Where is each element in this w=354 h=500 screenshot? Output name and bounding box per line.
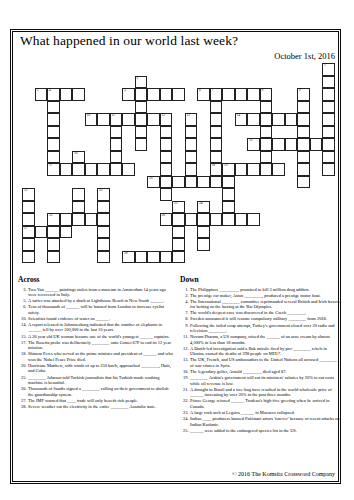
- grid-cell[interactable]: [322, 138, 335, 151]
- cell-number: 13: [186, 114, 190, 118]
- clue-number: 2.: [180, 293, 190, 299]
- clue-number: 11.: [180, 334, 190, 345]
- grid-cell[interactable]: [247, 213, 260, 226]
- clue-item: 26.Thousands of Saudis signed a ________…: [18, 386, 173, 397]
- clue-number: 25.: [180, 428, 190, 434]
- cell-number: 23: [174, 202, 178, 206]
- grid-cell[interactable]: [297, 126, 310, 139]
- grid-cell[interactable]: [297, 163, 310, 176]
- clue-text: Novum Pharma, a US company, raised the _…: [190, 334, 340, 345]
- clue-number: 7.: [180, 310, 190, 316]
- grid-cell[interactable]: [22, 238, 35, 251]
- clue-text: The world's deepest cave was discovered …: [190, 310, 340, 316]
- grid-cell[interactable]: [47, 238, 60, 251]
- clue-text: Two Van ______ paintings stolen from a m…: [28, 287, 173, 298]
- grid-cell[interactable]: [135, 126, 148, 139]
- page: What happened in our world last week? Oc…: [0, 0, 354, 500]
- clue-number: 12.: [180, 346, 190, 357]
- grid-cell[interactable]: [210, 113, 223, 126]
- clue-item: 27.The IMF warned that ____ trade will o…: [18, 398, 173, 404]
- copyright-footer: © 2016 The Komsita Crossword Company: [232, 471, 335, 477]
- clue-number: 6.: [18, 304, 28, 315]
- clue-text: A report released in Johannesburg indica…: [28, 322, 173, 333]
- grid-cell[interactable]: [110, 126, 123, 139]
- cell-number: 9: [299, 89, 301, 93]
- clue-text: Prince George refused ______ Trudeau's h…: [190, 398, 340, 409]
- grid-cell[interactable]: [135, 113, 148, 126]
- grid-cell[interactable]: [260, 163, 273, 176]
- grid-cell[interactable]: [22, 201, 35, 214]
- clue-item: 28.Severe weather cut the electricity in…: [18, 404, 173, 410]
- cell-number: 18: [211, 164, 215, 168]
- clue-number: 18.: [18, 351, 28, 362]
- grid-cell[interactable]: [72, 88, 85, 101]
- grid-cell[interactable]: [322, 151, 335, 164]
- clue-text: Hurricane Matthew, with winds of up to 2…: [28, 363, 173, 374]
- grid-cell[interactable]: [185, 138, 198, 151]
- cell-number: 11: [111, 114, 114, 118]
- clue-number: 24.: [180, 416, 190, 427]
- clue-text: A large rock arch at Legzira ______ in M…: [190, 410, 340, 416]
- clue-item: 12.A Dutch-led investigation said a Buk …: [180, 346, 340, 357]
- clue-item: 2.The prestige car maker, Aston ________…: [180, 293, 340, 299]
- grid-cell[interactable]: [97, 251, 110, 264]
- clue-number: 4.: [180, 299, 190, 310]
- grid-cell[interactable]: 2: [135, 76, 148, 89]
- grid-cell[interactable]: [97, 226, 110, 239]
- grid-cell[interactable]: [60, 88, 73, 101]
- grid-cell[interactable]: 16: [72, 151, 85, 164]
- grid-cell[interactable]: 17: [47, 163, 60, 176]
- clue-number: 5.: [18, 298, 28, 304]
- grid-cell[interactable]: 19: [222, 163, 235, 176]
- clue-item: 4.The International ________ committee r…: [180, 299, 340, 310]
- clue-text: The Rosetta probe was deliberately _____…: [28, 340, 173, 351]
- clue-text: A surfer was attacked by a shark at Ligh…: [28, 298, 173, 304]
- grid-cell[interactable]: [172, 226, 185, 239]
- grid-cell[interactable]: [72, 188, 85, 201]
- grid-cell[interactable]: [160, 151, 173, 164]
- clue-number: 14.: [18, 322, 28, 333]
- clue-item: 1.The Philippines _________ promised to …: [180, 287, 340, 293]
- cell-number: 20: [149, 177, 153, 181]
- grid-cell[interactable]: [122, 113, 135, 126]
- page-title: What happened in our world last week?: [20, 33, 238, 49]
- clue-number: 17.: [18, 340, 28, 351]
- grid-cell[interactable]: [22, 213, 35, 226]
- grid-cell[interactable]: [222, 213, 235, 226]
- grid-cell[interactable]: 25: [47, 213, 60, 226]
- cell-number: 15: [249, 139, 253, 143]
- grid-cell[interactable]: [135, 101, 148, 114]
- cell-number: 3: [36, 89, 38, 93]
- cell-number: 8: [261, 89, 263, 93]
- clue-item: 21.A drought in Brazil and a tree-bug ha…: [180, 387, 340, 398]
- grid-cell[interactable]: 24: [197, 201, 210, 214]
- grid-cell[interactable]: [97, 213, 110, 226]
- clue-item: 3.Two Van ______ paintings stolen from a…: [18, 287, 173, 298]
- grid-cell[interactable]: [210, 126, 223, 139]
- clue-number: 3.: [18, 287, 28, 298]
- cell-number: 2: [136, 77, 138, 81]
- grid-cell[interactable]: 9: [297, 88, 310, 101]
- clue-number: 9.: [180, 323, 190, 334]
- clue-item: 16.The legendary golfer, Arnold ________…: [180, 369, 340, 375]
- grid-cell[interactable]: [85, 163, 98, 176]
- grid-cell[interactable]: [322, 101, 335, 114]
- clue-text: Tens of thousands of ______ will be bann…: [28, 304, 173, 315]
- clue-item: 8.Sweden announced it will resume compul…: [180, 316, 340, 322]
- grid-cell[interactable]: [247, 88, 260, 101]
- grid-cell[interactable]: 11: [110, 113, 123, 126]
- page-border-frame: What happened in our world last week? Oc…: [10, 29, 341, 484]
- grid-cell[interactable]: 28: [122, 251, 135, 264]
- grid-cell[interactable]: [260, 126, 273, 139]
- grid-cell[interactable]: [47, 226, 60, 239]
- clue-item: 17.The Rosetta probe was deliberately __…: [18, 340, 173, 351]
- grid-cell[interactable]: [260, 151, 273, 164]
- grid-cell[interactable]: 5: [122, 88, 135, 101]
- grid-cell[interactable]: 6: [197, 88, 210, 101]
- grid-cell[interactable]: [135, 138, 148, 151]
- clue-item: 19.________ Arabia's government will cut…: [180, 375, 340, 386]
- clue-item: 15.A 26 year old UK woman became one of …: [18, 334, 173, 340]
- grid-cell[interactable]: 1: [322, 63, 335, 76]
- clue-item: 11.Novum Pharma, a US company, raised th…: [180, 334, 340, 345]
- grid-cell[interactable]: [222, 188, 235, 201]
- grid-cell[interactable]: [297, 138, 310, 151]
- grid-cell[interactable]: [147, 113, 160, 126]
- clue-text: The International ________ committee rep…: [190, 299, 340, 310]
- grid-cell[interactable]: [272, 138, 285, 151]
- grid-cell[interactable]: [97, 163, 110, 176]
- clue-text: Sweden announced it will resume compulso…: [190, 316, 340, 322]
- grid-cell[interactable]: 18: [210, 163, 223, 176]
- grid-cell[interactable]: [222, 88, 235, 101]
- grid-cell[interactable]: [235, 88, 248, 101]
- clue-text: Indian ____ producers banned Pakistani a…: [190, 416, 340, 427]
- grid-cell[interactable]: [160, 163, 173, 176]
- cell-number: 7: [211, 89, 213, 93]
- grid-cell[interactable]: [322, 76, 335, 89]
- grid-cell[interactable]: [60, 163, 73, 176]
- down-section: Down 1.The Philippines _________ promise…: [180, 275, 340, 434]
- clue-item: 25.______ were added to the endangered s…: [180, 428, 340, 434]
- grid-cell[interactable]: 21: [22, 188, 35, 201]
- clue-number: 26.: [18, 386, 28, 397]
- grid-cell[interactable]: [135, 88, 148, 101]
- grid-cell[interactable]: [110, 151, 123, 164]
- clue-text: ________ Johnson told Turkish journalist…: [28, 375, 173, 386]
- grid-cell[interactable]: [97, 113, 110, 126]
- crossword-grid: 1234567891011121314151617181920212223242…: [22, 63, 335, 263]
- grid-cell[interactable]: [72, 213, 85, 226]
- clue-number: 25.: [18, 375, 28, 386]
- grid-cell[interactable]: [322, 126, 335, 139]
- grid-cell[interactable]: [122, 163, 135, 176]
- grid-cell[interactable]: [260, 113, 273, 126]
- clue-item: 10.Scientists found evidence of water on…: [18, 316, 173, 322]
- grid-cell[interactable]: [272, 113, 285, 126]
- grid-cell[interactable]: [235, 163, 248, 176]
- cell-number: 25: [49, 214, 53, 218]
- grid-cell[interactable]: 7: [210, 88, 223, 101]
- grid-cell[interactable]: [272, 163, 285, 176]
- grid-cell[interactable]: [310, 138, 323, 151]
- grid-cell[interactable]: [172, 176, 185, 189]
- cell-number: 4: [49, 89, 51, 93]
- grid-cell[interactable]: [160, 138, 173, 151]
- grid-cell[interactable]: 4: [47, 88, 60, 101]
- cell-number: 27: [24, 227, 28, 231]
- clue-number: 15.: [18, 334, 28, 340]
- grid-cell[interactable]: [297, 151, 310, 164]
- grid-cell[interactable]: [210, 101, 223, 114]
- grid-cell[interactable]: [47, 151, 60, 164]
- grid-cell[interactable]: [47, 138, 60, 151]
- grid-cell[interactable]: 20: [147, 176, 160, 189]
- clue-number: 28.: [18, 404, 28, 410]
- across-header: Across: [18, 275, 173, 284]
- grid-cell[interactable]: [47, 113, 60, 126]
- cell-number: 21: [24, 189, 28, 193]
- clue-item: 5.A surfer was attacked by a shark at Li…: [18, 298, 173, 304]
- grid-cell[interactable]: [47, 101, 60, 114]
- grid-cell[interactable]: [160, 88, 173, 101]
- grid-cell[interactable]: [322, 163, 335, 176]
- cell-number: 17: [49, 164, 53, 168]
- clue-item: 13.The UK, French, and US ambassadors to…: [180, 357, 340, 368]
- grid-cell[interactable]: 22: [97, 188, 110, 201]
- clue-text: Shimon Peres who served as the prime min…: [28, 351, 173, 362]
- clue-text: A Dutch-led investigation said a Buk mis…: [190, 346, 340, 357]
- clue-text: Following the failed coup attempt, Turke…: [190, 323, 340, 334]
- grid-cell[interactable]: [72, 163, 85, 176]
- grid-cell[interactable]: [60, 226, 73, 239]
- cell-number: 10: [86, 114, 90, 118]
- grid-cell[interactable]: [185, 163, 198, 176]
- grid-cell[interactable]: [47, 126, 60, 139]
- grid-cell[interactable]: [197, 213, 210, 226]
- grid-cell[interactable]: 27: [22, 226, 35, 239]
- grid-cell[interactable]: 12: [160, 113, 173, 126]
- clue-number: 22.: [180, 398, 190, 409]
- grid-cell[interactable]: [172, 251, 185, 264]
- clue-item: 25.________ Johnson told Turkish journal…: [18, 375, 173, 386]
- clue-text: ______ were added to the endangered spec…: [190, 428, 340, 434]
- grid-cell[interactable]: [135, 251, 148, 264]
- cell-number: 1: [324, 64, 326, 68]
- grid-cell[interactable]: [260, 138, 273, 151]
- grid-cell[interactable]: [160, 188, 173, 201]
- grid-cell[interactable]: [22, 251, 35, 264]
- cell-number: 14: [236, 114, 240, 118]
- grid-cell[interactable]: [185, 213, 198, 226]
- grid-cell[interactable]: 10: [85, 113, 98, 126]
- clue-item: 23.A large rock arch at Legzira ______ i…: [180, 410, 340, 416]
- grid-cell[interactable]: [110, 163, 123, 176]
- clue-number: 19.: [180, 375, 190, 386]
- clue-number: 8.: [180, 316, 190, 322]
- cell-number: 5: [124, 89, 126, 93]
- grid-cell[interactable]: [110, 138, 123, 151]
- across-section: Across 3.Two Van ______ paintings stolen…: [18, 275, 173, 410]
- grid-cell[interactable]: [172, 88, 185, 101]
- clue-number: 23.: [180, 410, 190, 416]
- cell-number: 6: [199, 89, 201, 93]
- cell-number: 24: [199, 202, 203, 206]
- grid-cell[interactable]: 8: [260, 88, 273, 101]
- grid-cell[interactable]: [235, 213, 248, 226]
- down-header: Down: [180, 275, 340, 284]
- clue-item: 7.The world's deepest cave was discovere…: [180, 310, 340, 316]
- grid-cell[interactable]: [247, 163, 260, 176]
- cell-number: 16: [74, 152, 78, 156]
- grid-cell[interactable]: [147, 88, 160, 101]
- cell-number: 28: [124, 252, 128, 256]
- clue-number: 10.: [18, 316, 28, 322]
- cell-number: 19: [224, 164, 228, 168]
- grid-cell[interactable]: [147, 251, 160, 264]
- grid-cell[interactable]: [297, 176, 310, 189]
- grid-cell[interactable]: [297, 113, 310, 126]
- clue-text: The prestige car maker, Aston ________, …: [190, 293, 340, 299]
- clue-item: 20.Hurricane Matthew, with winds of up t…: [18, 363, 173, 374]
- grid-cell[interactable]: 14: [235, 113, 248, 126]
- clue-text: Scientists found evidence of water on __…: [28, 316, 173, 322]
- clue-text: The legendary golfer, Arnold ________, d…: [190, 369, 340, 375]
- grid-cell[interactable]: [322, 88, 335, 101]
- clue-text: ________ Arabia's government will cut it…: [190, 375, 340, 386]
- clue-text: A 26 year old UK woman became one of the…: [28, 334, 173, 340]
- grid-cell[interactable]: [160, 176, 173, 189]
- grid-cell[interactable]: 26: [160, 213, 173, 226]
- clue-text: The Philippines _________ promised to ki…: [190, 287, 340, 293]
- clue-item: 24.Indian ____ producers banned Pakistan…: [180, 416, 340, 427]
- grid-cell[interactable]: [185, 151, 198, 164]
- clue-text: A drought in Brazil and a tree-bug have …: [190, 387, 340, 398]
- puzzle-date: October 1st, 2016: [274, 51, 335, 61]
- grid-cell[interactable]: [322, 113, 335, 126]
- grid-cell[interactable]: [222, 201, 235, 214]
- grid-cell[interactable]: [97, 238, 110, 251]
- grid-cell[interactable]: [197, 238, 210, 251]
- grid-cell[interactable]: 13: [185, 113, 198, 126]
- grid-cell[interactable]: [285, 138, 298, 151]
- cell-number: 22: [99, 189, 103, 193]
- grid-cell[interactable]: [247, 113, 260, 126]
- grid-cell[interactable]: [160, 251, 173, 264]
- across-clue-list: 3.Two Van ______ paintings stolen from a…: [18, 287, 173, 410]
- grid-cell[interactable]: [297, 101, 310, 114]
- grid-cell[interactable]: [210, 151, 223, 164]
- clue-item: 18.Shimon Peres who served as the prime …: [18, 351, 173, 362]
- grid-cell[interactable]: [97, 201, 110, 214]
- grid-cell[interactable]: [172, 238, 185, 251]
- clue-item: 14.A report released in Johannesburg ind…: [18, 322, 173, 333]
- clue-number: 1.: [180, 287, 190, 293]
- grid-cell[interactable]: [72, 201, 85, 214]
- grid-cell[interactable]: [210, 176, 223, 189]
- cell-number: 26: [161, 214, 165, 218]
- grid-cell[interactable]: [197, 226, 210, 239]
- clue-text: The IMF warned that ____ trade will only…: [28, 398, 173, 404]
- grid-cell[interactable]: [185, 176, 198, 189]
- clue-item: 6.Tens of thousands of ______ will be ba…: [18, 304, 173, 315]
- grid-cell[interactable]: [85, 213, 98, 226]
- cell-number: 12: [161, 114, 165, 118]
- clue-number: 16.: [180, 369, 190, 375]
- grid-cell[interactable]: [47, 251, 60, 264]
- clue-number: 27.: [18, 398, 28, 404]
- clue-text: The UK, French, and US ambassadors to th…: [190, 357, 340, 368]
- grid-cell[interactable]: [285, 113, 298, 126]
- grid-cell[interactable]: [185, 126, 198, 139]
- grid-cell[interactable]: [210, 138, 223, 151]
- clue-number: 21.: [180, 387, 190, 398]
- grid-cell[interactable]: [60, 213, 73, 226]
- clue-item: 22.Prince George refused ______ Trudeau'…: [180, 398, 340, 409]
- down-clue-list: 1.The Philippines _________ promised to …: [180, 287, 340, 434]
- grid-cell[interactable]: [160, 126, 173, 139]
- grid-cell[interactable]: [222, 176, 235, 189]
- grid-cell[interactable]: [210, 213, 223, 226]
- grid-cell[interactable]: 23: [172, 201, 185, 214]
- grid-cell[interactable]: [260, 101, 273, 114]
- clue-number: 13.: [180, 357, 190, 368]
- clue-text: Thousands of Saudis signed a ________ ca…: [28, 386, 173, 397]
- clue-item: 9.Following the failed coup attempt, Tur…: [180, 323, 340, 334]
- grid-cell[interactable]: 15: [247, 138, 260, 151]
- grid-cell[interactable]: [172, 213, 185, 226]
- grid-cell[interactable]: 3: [35, 88, 48, 101]
- grid-cell[interactable]: [197, 176, 210, 189]
- grid-cell[interactable]: [35, 226, 48, 239]
- clue-number: 20.: [18, 363, 28, 374]
- clue-text: Severe weather cut the electricity in th…: [28, 404, 173, 410]
